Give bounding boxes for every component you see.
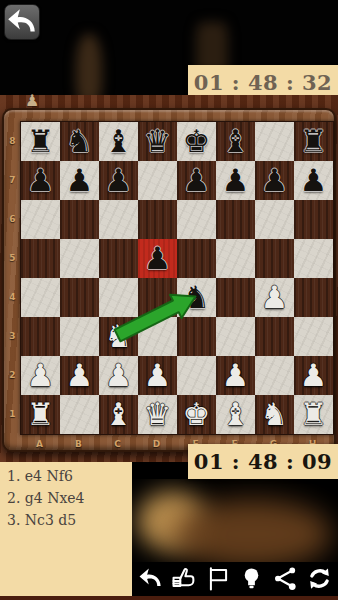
- square-b1[interactable]: [60, 395, 99, 434]
- square-c8[interactable]: ♝: [99, 122, 138, 161]
- square-a6[interactable]: [21, 200, 60, 239]
- rotate-refresh-button[interactable]: [304, 563, 334, 593]
- undo-button[interactable]: [136, 563, 166, 593]
- white-knight-c3: ♞: [105, 321, 133, 352]
- rank-label-5: 5: [6, 238, 19, 277]
- move-entry: 1. e4 Nf6: [7, 465, 132, 487]
- square-a4[interactable]: [21, 278, 60, 317]
- square-b4[interactable]: [60, 278, 99, 317]
- square-h6[interactable]: [294, 200, 333, 239]
- black-knight-e4: ♞: [183, 282, 211, 313]
- square-f6[interactable]: [216, 200, 255, 239]
- square-b8[interactable]: ♞: [60, 122, 99, 161]
- rank-label-7: 7: [6, 160, 19, 199]
- thumbs-up-icon: [171, 565, 198, 592]
- thumbs-up-button[interactable]: [169, 563, 199, 593]
- square-g3[interactable]: [255, 317, 294, 356]
- move-list: 1. e4 Nf62. g4 Nxe43. Nc3 d5: [0, 462, 132, 596]
- square-e7[interactable]: ♟: [177, 161, 216, 200]
- share-icon: [272, 565, 299, 592]
- square-b5[interactable]: [60, 239, 99, 278]
- rank-label-6: 6: [6, 199, 19, 238]
- white-pawn-c2: ♟: [105, 360, 133, 391]
- square-c5[interactable]: [99, 239, 138, 278]
- black-bishop-c8: ♝: [105, 126, 133, 157]
- rank-label-4: 4: [6, 277, 19, 316]
- white-king-e1: ♚: [183, 399, 211, 430]
- black-pawn-d5: ♟: [144, 243, 172, 274]
- white-rook-h1: ♜: [300, 399, 328, 430]
- square-b7[interactable]: ♟: [60, 161, 99, 200]
- rank-label-1: 1: [6, 394, 19, 433]
- square-h5[interactable]: [294, 239, 333, 278]
- lightbulb-icon: [238, 565, 265, 592]
- share-button[interactable]: [271, 563, 301, 593]
- black-pawn-f7: ♟: [222, 165, 250, 196]
- square-d2[interactable]: ♟: [138, 356, 177, 395]
- square-d1[interactable]: ♛: [138, 395, 177, 434]
- resign-flag-button[interactable]: [203, 563, 233, 593]
- blurred-pawn-photo: [76, 34, 102, 96]
- square-a2[interactable]: ♟: [21, 356, 60, 395]
- square-a1[interactable]: ♜: [21, 395, 60, 434]
- white-knight-g1: ♞: [261, 399, 289, 430]
- rank-label-2: 2: [6, 355, 19, 394]
- black-pawn-h7: ♟: [300, 165, 328, 196]
- square-e4[interactable]: ♞: [177, 278, 216, 317]
- square-c6[interactable]: [99, 200, 138, 239]
- rotate-icon: [306, 565, 333, 592]
- bottom-background-photo: [132, 479, 338, 562]
- file-label-c: C: [98, 436, 137, 452]
- square-e3[interactable]: [177, 317, 216, 356]
- square-h3[interactable]: [294, 317, 333, 356]
- file-label-b: B: [59, 436, 98, 452]
- white-pawn-h2: ♟: [300, 360, 328, 391]
- square-c3[interactable]: ♞: [99, 317, 138, 356]
- black-queen-d8: ♛: [144, 126, 172, 157]
- square-b2[interactable]: ♟: [60, 356, 99, 395]
- square-c4[interactable]: [99, 278, 138, 317]
- square-b6[interactable]: [60, 200, 99, 239]
- chess-board[interactable]: ♜♞♝♛♚♝♜♟♟♟♟♟♟♟♟♞♟♞♟♟♟♟♟♟♜♝♛♚♝♞♜: [20, 121, 334, 435]
- square-d3[interactable]: [138, 317, 177, 356]
- square-f7[interactable]: ♟: [216, 161, 255, 200]
- square-c2[interactable]: ♟: [99, 356, 138, 395]
- square-a7[interactable]: ♟: [21, 161, 60, 200]
- file-label-a: A: [20, 436, 59, 452]
- black-pawn-c7: ♟: [105, 165, 133, 196]
- rank-labels: 87654321: [6, 121, 19, 433]
- chess-app-screen: 01 : 48 : 32 87654321 ♜♞♝♛♚♝♜♟♟♟♟♟♟♟♟♞♟♞…: [0, 0, 338, 600]
- move-entry: 2. g4 Nxe4: [7, 487, 132, 509]
- square-d4[interactable]: [138, 278, 177, 317]
- bottom-toolbar: [132, 560, 338, 596]
- square-d8[interactable]: ♛: [138, 122, 177, 161]
- rank-label-3: 3: [6, 316, 19, 355]
- square-g4[interactable]: ♟: [255, 278, 294, 317]
- square-e5[interactable]: [177, 239, 216, 278]
- black-knight-b8: ♞: [66, 126, 94, 157]
- black-pawn-b7: ♟: [66, 165, 94, 196]
- square-a3[interactable]: [21, 317, 60, 356]
- black-rook-h8: ♜: [300, 126, 328, 157]
- square-h8[interactable]: ♜: [294, 122, 333, 161]
- white-pawn-f2: ♟: [222, 360, 250, 391]
- white-pawn-d2: ♟: [144, 360, 172, 391]
- square-c7[interactable]: ♟: [99, 161, 138, 200]
- back-button[interactable]: [4, 4, 40, 40]
- square-d5[interactable]: ♟: [138, 239, 177, 278]
- square-h4[interactable]: [294, 278, 333, 317]
- square-f8[interactable]: ♝: [216, 122, 255, 161]
- black-pawn-g7: ♟: [261, 165, 289, 196]
- square-b3[interactable]: [60, 317, 99, 356]
- undo-arrow-icon: [5, 5, 39, 39]
- square-h1[interactable]: ♜: [294, 395, 333, 434]
- square-f1[interactable]: ♝: [216, 395, 255, 434]
- white-bishop-f1: ♝: [222, 399, 250, 430]
- blurred-photo-wood: [172, 499, 332, 562]
- square-e6[interactable]: [177, 200, 216, 239]
- square-a8[interactable]: ♜: [21, 122, 60, 161]
- white-pawn-g4: ♟: [261, 282, 289, 313]
- bottom-edge-strip: [0, 596, 338, 600]
- square-f5[interactable]: [216, 239, 255, 278]
- file-label-d: D: [137, 436, 176, 452]
- square-c1[interactable]: ♝: [99, 395, 138, 434]
- white-pawn-b2: ♟: [66, 360, 94, 391]
- square-d6[interactable]: [138, 200, 177, 239]
- captured-pawn-icon: ♟: [25, 93, 39, 109]
- square-f3[interactable]: [216, 317, 255, 356]
- white-pawn-a2: ♟: [27, 360, 55, 391]
- board-frame: 87654321 ♜♞♝♛♚♝♜♟♟♟♟♟♟♟♟♞♟♞♟♟♟♟♟♟♜♝♛♚♝♞♜…: [2, 108, 336, 452]
- square-h2[interactable]: ♟: [294, 356, 333, 395]
- flag-icon: [205, 565, 232, 592]
- square-e2[interactable]: [177, 356, 216, 395]
- black-pawn-e7: ♟: [183, 165, 211, 196]
- black-rook-a8: ♜: [27, 126, 55, 157]
- undo-icon: [137, 565, 164, 592]
- square-g7[interactable]: ♟: [255, 161, 294, 200]
- square-d7[interactable]: [138, 161, 177, 200]
- square-g8[interactable]: [255, 122, 294, 161]
- player-clock: 01 : 48 : 09: [188, 444, 338, 479]
- white-rook-a1: ♜: [27, 399, 55, 430]
- square-e1[interactable]: ♚: [177, 395, 216, 434]
- square-g2[interactable]: [255, 356, 294, 395]
- square-a5[interactable]: [21, 239, 60, 278]
- square-g6[interactable]: [255, 200, 294, 239]
- square-h7[interactable]: ♟: [294, 161, 333, 200]
- square-f2[interactable]: ♟: [216, 356, 255, 395]
- move-entry: 3. Nc3 d5: [7, 509, 132, 531]
- square-g1[interactable]: ♞: [255, 395, 294, 434]
- square-g5[interactable]: [255, 239, 294, 278]
- white-bishop-c1: ♝: [105, 399, 133, 430]
- square-e8[interactable]: ♚: [177, 122, 216, 161]
- black-bishop-f8: ♝: [222, 126, 250, 157]
- black-pawn-a7: ♟: [27, 165, 55, 196]
- white-queen-d1: ♛: [144, 399, 172, 430]
- square-f4[interactable]: [216, 278, 255, 317]
- rank-label-8: 8: [6, 121, 19, 160]
- black-king-e8: ♚: [183, 126, 211, 157]
- hint-bulb-button[interactable]: [237, 563, 267, 593]
